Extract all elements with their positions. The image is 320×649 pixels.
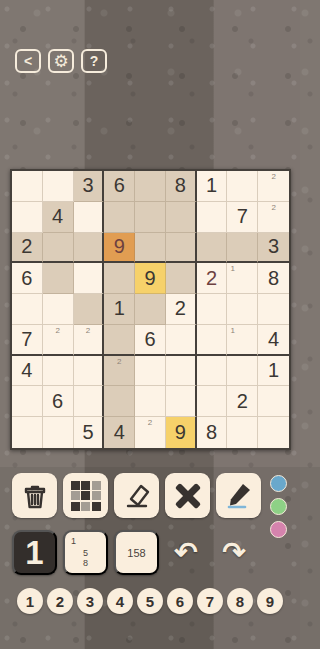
color-dot-1[interactable]: [270, 475, 287, 492]
eraser-icon: [121, 481, 153, 511]
cell-r8c6[interactable]: [166, 386, 197, 417]
cell-r6c7[interactable]: [197, 325, 228, 356]
cell-r2c3[interactable]: [74, 202, 105, 233]
pen-button[interactable]: [216, 473, 261, 518]
cell-r4c8[interactable]: 1: [227, 263, 258, 294]
user-digit: 2: [206, 267, 217, 290]
x-icon: [175, 483, 201, 509]
given-digit: 4: [52, 205, 63, 228]
pencil-mark: 2: [271, 173, 275, 181]
cell-r1c6[interactable]: 8: [166, 171, 197, 202]
corner-sample-8: 8: [83, 559, 88, 568]
numpad-2[interactable]: 2: [47, 588, 73, 614]
given-digit: 1: [114, 297, 125, 320]
cell-r2c7[interactable]: [197, 202, 228, 233]
given-digit: 2: [175, 297, 186, 320]
cell-r2c9[interactable]: 2: [258, 202, 289, 233]
big-digit-mode-button[interactable]: 1: [12, 530, 57, 575]
undo-icon: ↶: [174, 536, 197, 569]
given-digit: 7: [21, 328, 32, 351]
cell-r4c7[interactable]: 2: [197, 263, 228, 294]
cell-r1c7[interactable]: 1: [197, 171, 228, 202]
cell-r3c7[interactable]: [197, 233, 228, 264]
color-dot-2[interactable]: [270, 498, 287, 515]
cell-r5c4[interactable]: 1: [104, 294, 135, 325]
grid-icon-square-gray: [81, 502, 90, 511]
cell-r8c9[interactable]: [258, 386, 289, 417]
eraser-button[interactable]: [114, 473, 159, 518]
numpad-6[interactable]: 6: [167, 588, 193, 614]
given-digit: 3: [268, 235, 279, 258]
cell-r3c4[interactable]: 9: [104, 233, 135, 264]
cell-r3c1[interactable]: 2: [12, 233, 43, 264]
grid-icon-square-gray: [71, 491, 80, 500]
close-button[interactable]: [165, 473, 210, 518]
numpad-4[interactable]: 4: [107, 588, 133, 614]
cell-r7c3[interactable]: [74, 356, 105, 387]
cell-r1c5[interactable]: [135, 171, 166, 202]
cell-r7c8[interactable]: [227, 356, 258, 387]
given-digit: 5: [82, 421, 93, 444]
pencil-mark: 2: [117, 358, 121, 366]
pen-icon: [223, 480, 255, 512]
cell-r3c9[interactable]: 3: [258, 233, 289, 264]
back-button[interactable]: <: [15, 49, 41, 73]
cell-r6c9[interactable]: 4: [258, 325, 289, 356]
redo-icon: ↷: [222, 536, 245, 569]
cell-r5c5[interactable]: [135, 294, 166, 325]
undo-button[interactable]: ↶: [165, 530, 207, 575]
color-grid-icon: [71, 481, 101, 511]
given-digit: 6: [144, 328, 155, 351]
user-digit: 9: [114, 235, 125, 258]
given-digit: 6: [52, 390, 63, 413]
center-sample-label: 158: [127, 547, 145, 559]
cell-r1c9[interactable]: 2: [258, 171, 289, 202]
given-digit: 3: [82, 174, 93, 197]
cell-r9c9[interactable]: [258, 417, 289, 448]
cell-r9c3[interactable]: 5: [74, 417, 105, 448]
numpad-7[interactable]: 7: [197, 588, 223, 614]
cell-r7c2[interactable]: [43, 356, 74, 387]
pencil-mark: 2: [148, 419, 152, 427]
help-icon: ?: [90, 53, 99, 69]
cell-r9c2[interactable]: [43, 417, 74, 448]
numpad-8[interactable]: 8: [227, 588, 253, 614]
given-digit: 9: [144, 267, 155, 290]
grid-icon-square-gray: [92, 491, 101, 500]
cell-r1c3[interactable]: 3: [74, 171, 105, 202]
cell-r6c4[interactable]: [104, 325, 135, 356]
cell-r8c2[interactable]: 6: [43, 386, 74, 417]
grid-icon-square-gray: [92, 481, 101, 490]
cell-r3c6[interactable]: [166, 233, 197, 264]
delete-button[interactable]: [12, 473, 57, 518]
given-digit: 2: [21, 235, 32, 258]
cell-r5c3[interactable]: [74, 294, 105, 325]
trash-icon: [20, 481, 50, 511]
given-digit: 8: [268, 267, 279, 290]
cell-r9c4[interactable]: 4: [104, 417, 135, 448]
cell-r8c3[interactable]: [74, 386, 105, 417]
cell-r6c5[interactable]: 6: [135, 325, 166, 356]
cell-r8c7[interactable]: [197, 386, 228, 417]
center-marks-mode-button[interactable]: 158: [114, 530, 159, 575]
numpad-9[interactable]: 9: [257, 588, 283, 614]
cell-r5c1[interactable]: [12, 294, 43, 325]
big-digit-label: 1: [25, 534, 43, 572]
given-digit: 7: [237, 205, 248, 228]
cell-r1c4[interactable]: 6: [104, 171, 135, 202]
cell-r3c5[interactable]: [135, 233, 166, 264]
cell-r5c2[interactable]: [43, 294, 74, 325]
cell-r9c8[interactable]: [227, 417, 258, 448]
cell-r8c1[interactable]: [12, 386, 43, 417]
cell-r3c2[interactable]: [43, 233, 74, 264]
cell-r7c7[interactable]: [197, 356, 228, 387]
cell-r6c3[interactable]: 2: [74, 325, 105, 356]
cell-r4c4[interactable]: [104, 263, 135, 294]
cell-r1c2[interactable]: [43, 171, 74, 202]
colors-button[interactable]: [63, 473, 108, 518]
cell-r2c1[interactable]: [12, 202, 43, 233]
cell-r9c1[interactable]: [12, 417, 43, 448]
numpad-3[interactable]: 3: [77, 588, 103, 614]
cell-r1c1[interactable]: [12, 171, 43, 202]
back-chevron-icon: <: [24, 53, 32, 69]
numpad-5[interactable]: 5: [137, 588, 163, 614]
cell-r2c5[interactable]: [135, 202, 166, 233]
cell-r5c8[interactable]: [227, 294, 258, 325]
settings-button[interactable]: ⚙: [48, 49, 74, 73]
cell-r2c8[interactable]: 7: [227, 202, 258, 233]
cell-r3c3[interactable]: [74, 233, 105, 264]
pencil-mark: 1: [230, 327, 234, 335]
help-button[interactable]: ?: [81, 49, 107, 73]
pencil-mark: 1: [230, 265, 234, 273]
cell-r8c4[interactable]: [104, 386, 135, 417]
gear-icon: ⚙: [53, 53, 68, 70]
given-digit: 1: [268, 359, 279, 382]
given-digit: 6: [21, 267, 32, 290]
numpad-1[interactable]: 1: [17, 588, 43, 614]
cell-r9c5[interactable]: 2: [135, 417, 166, 448]
grid-icon-square-dark: [92, 502, 101, 511]
cell-r9c7[interactable]: 8: [197, 417, 228, 448]
cell-r4c3[interactable]: [74, 263, 105, 294]
cell-r2c6[interactable]: [166, 202, 197, 233]
cell-r7c5[interactable]: [135, 356, 166, 387]
given-digit: 9: [175, 421, 186, 444]
cell-r8c8[interactable]: 2: [227, 386, 258, 417]
cell-r3c8[interactable]: [227, 233, 258, 264]
cell-r4c9[interactable]: 8: [258, 263, 289, 294]
given-digit: 4: [114, 421, 125, 444]
cell-r2c4[interactable]: [104, 202, 135, 233]
given-digit: 6: [114, 174, 125, 197]
cell-r4c5[interactable]: 9: [135, 263, 166, 294]
grid-icon-square-dark: [81, 491, 90, 500]
pencil-mark: 2: [55, 327, 59, 335]
grid-icon-square-dark: [71, 502, 80, 511]
color-dot-column: [270, 475, 287, 538]
cell-r6c8[interactable]: 1: [227, 325, 258, 356]
cell-r4c1[interactable]: 6: [12, 263, 43, 294]
corner-sample-5: 5: [83, 548, 88, 557]
color-dot-3[interactable]: [270, 521, 287, 538]
pencil-mark: 2: [271, 204, 275, 212]
cell-r1c8[interactable]: [227, 171, 258, 202]
given-digit: 8: [175, 174, 186, 197]
given-digit: 4: [268, 328, 279, 351]
cell-r7c1[interactable]: 4: [12, 356, 43, 387]
cell-r7c4[interactable]: 2: [104, 356, 135, 387]
corner-sample-1: 1: [71, 537, 76, 546]
cell-r9c6[interactable]: 9: [166, 417, 197, 448]
given-digit: 8: [206, 421, 217, 444]
cell-r4c2[interactable]: [43, 263, 74, 294]
top-bar: < ⚙ ?: [15, 49, 107, 73]
tool-row: [12, 473, 261, 518]
cell-r2c2[interactable]: 4: [43, 202, 74, 233]
input-mode-row: 1 1 5 8 158 ↶ ↷: [12, 530, 255, 575]
cell-r6c2[interactable]: 2: [43, 325, 74, 356]
cell-r7c6[interactable]: [166, 356, 197, 387]
cell-r4c6[interactable]: [166, 263, 197, 294]
sudoku-board: 3681247229369218127226144216254298: [10, 169, 291, 450]
cell-r5c9[interactable]: [258, 294, 289, 325]
redo-button[interactable]: ↷: [213, 530, 255, 575]
given-digit: 4: [21, 359, 32, 382]
pencil-mark: 2: [86, 327, 90, 335]
cell-r6c6[interactable]: [166, 325, 197, 356]
given-digit: 1: [206, 174, 217, 197]
number-pad: 123456789: [17, 588, 283, 614]
cell-r7c9[interactable]: 1: [258, 356, 289, 387]
grid-icon-square-dark: [81, 481, 90, 490]
cell-r8c5[interactable]: [135, 386, 166, 417]
cell-r5c6[interactable]: 2: [166, 294, 197, 325]
corner-marks-mode-button[interactable]: 1 5 8: [63, 530, 108, 575]
cell-r6c1[interactable]: 7: [12, 325, 43, 356]
given-digit: 2: [237, 390, 248, 413]
grid-icon-square-dark: [71, 481, 80, 490]
cell-r5c7[interactable]: [197, 294, 228, 325]
